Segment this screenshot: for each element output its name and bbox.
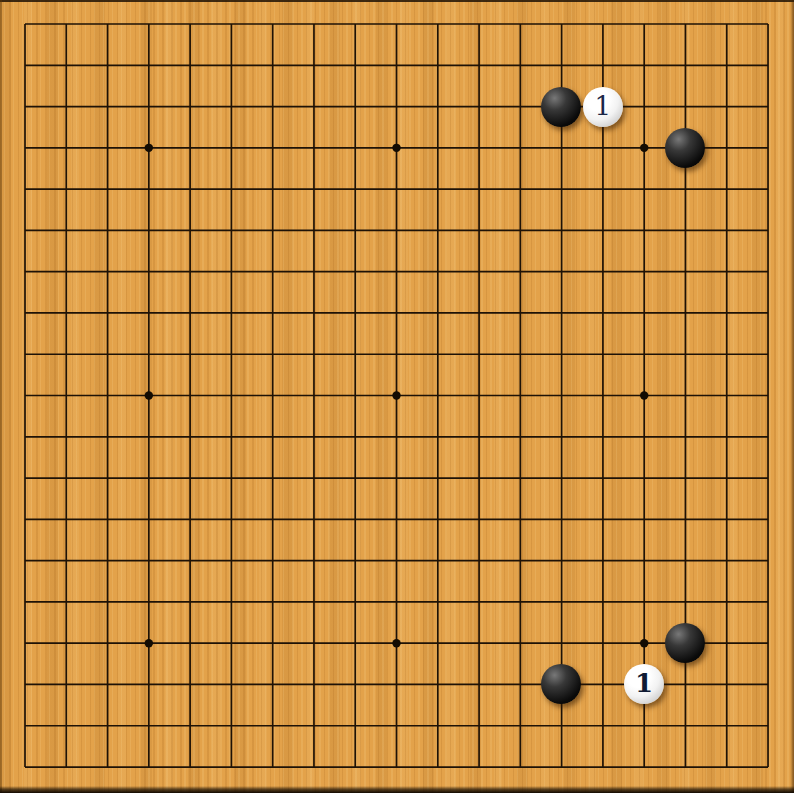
board-edge-right (790, 0, 794, 793)
stone-black-R16 (665, 128, 705, 168)
stone-move-number: 1 (594, 93, 611, 119)
board-edge-left (0, 0, 2, 793)
go-board[interactable]: 11 (0, 0, 794, 793)
board-edge-top (0, 0, 794, 2)
stone-black-O17 (541, 87, 581, 127)
stone-black-O3 (541, 664, 581, 704)
stone-white-Q3: 1 (624, 664, 664, 704)
stone-move-number: 1 (635, 670, 653, 696)
stones-grid: 11 (4, 3, 788, 787)
stone-black-R4 (665, 623, 705, 663)
stone-white-P17: 1 (583, 87, 623, 127)
